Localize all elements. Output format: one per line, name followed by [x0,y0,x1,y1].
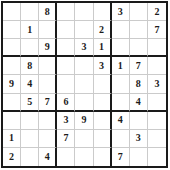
cell-r4c8: 7 [130,57,148,75]
cell-r1c4[interactable] [57,3,75,21]
cell-r4c5[interactable] [75,57,93,75]
cell-r3c8[interactable] [130,39,148,57]
given-digit: 1 [99,42,104,52]
cell-r1c9: 2 [148,3,166,21]
given-digit: 4 [136,97,141,107]
cell-r8c2[interactable] [21,130,39,148]
cell-r7c8[interactable] [130,112,148,130]
cell-r8c5[interactable] [75,130,93,148]
cell-r6c2: 5 [21,94,39,112]
given-digit: 2 [99,25,104,35]
cell-r7c9[interactable] [148,112,166,130]
cell-r5c1: 9 [3,75,21,93]
cell-r3c7[interactable] [112,39,130,57]
cell-r9c1: 2 [3,148,21,166]
cell-r9c3: 4 [39,148,57,166]
cell-r8c4: 7 [57,130,75,148]
cell-r4c6: 3 [94,57,112,75]
cell-r9c2[interactable] [21,148,39,166]
given-digit: 7 [118,152,123,162]
given-digit: 3 [154,79,159,89]
cell-r8c7[interactable] [112,130,130,148]
given-digit: 1 [27,25,32,35]
cell-r2c7[interactable] [112,21,130,39]
cell-r9c9[interactable] [148,148,166,166]
cell-r5c3[interactable] [39,75,57,93]
given-digit: 2 [154,7,159,17]
given-digit: 9 [9,79,14,89]
cell-r6c1[interactable] [3,94,21,112]
cell-r6c4: 6 [57,94,75,112]
given-digit: 4 [118,115,123,125]
cell-r9c5[interactable] [75,148,93,166]
given-digit: 8 [27,61,32,71]
given-digit: 3 [99,61,104,71]
cell-r4c7: 1 [112,57,130,75]
given-digit: 8 [45,7,50,17]
given-digit: 6 [63,97,68,107]
cell-r1c2[interactable] [21,3,39,21]
cell-r7c2[interactable] [21,112,39,130]
cell-r5c2: 4 [21,75,39,93]
cell-r8c1: 1 [3,130,21,148]
given-digit: 9 [45,42,50,52]
given-digit: 5 [27,97,32,107]
cell-r5c9: 3 [148,75,166,93]
cell-r4c1[interactable] [3,57,21,75]
cell-r7c5: 9 [75,112,93,130]
given-digit: 7 [154,25,159,35]
given-digit: 1 [118,61,123,71]
cell-r5c4[interactable] [57,75,75,93]
cell-r5c6[interactable] [94,75,112,93]
cell-r1c8[interactable] [130,3,148,21]
given-digit: 2 [9,152,14,162]
given-digit: 7 [136,61,141,71]
cell-r4c4[interactable] [57,57,75,75]
cell-r6c8: 4 [130,94,148,112]
given-digit: 7 [63,133,68,143]
cell-r1c3: 8 [39,3,57,21]
cell-r3c6: 1 [94,39,112,57]
cell-r8c3[interactable] [39,130,57,148]
cell-r6c7[interactable] [112,94,130,112]
cell-r5c7[interactable] [112,75,130,93]
cell-r7c7: 4 [112,112,130,130]
cell-r5c8: 8 [130,75,148,93]
cell-r7c6[interactable] [94,112,112,130]
cell-r2c8[interactable] [130,21,148,39]
cell-r4c2: 8 [21,57,39,75]
cell-r9c6[interactable] [94,148,112,166]
cell-r6c6[interactable] [94,94,112,112]
cell-r2c9: 7 [148,21,166,39]
cell-r3c1[interactable] [3,39,21,57]
cell-r2c5[interactable] [75,21,93,39]
cell-r1c5[interactable] [75,3,93,21]
cell-r7c4: 3 [57,112,75,130]
cell-r6c3: 7 [39,94,57,112]
cell-r6c5[interactable] [75,94,93,112]
cell-r3c5: 3 [75,39,93,57]
cell-r6c9[interactable] [148,94,166,112]
cell-r2c1[interactable] [3,21,21,39]
cell-r1c7: 3 [112,3,130,21]
sudoku-board: 832127931831794835764394173247 [1,1,168,168]
given-digit: 9 [81,115,86,125]
sudoku-page: 832127931831794835764394173247 [0,0,170,170]
cell-r2c4[interactable] [57,21,75,39]
given-digit: 3 [81,42,86,52]
cell-r9c8[interactable] [130,148,148,166]
cell-r5c5[interactable] [75,75,93,93]
given-digit: 3 [118,7,123,17]
cell-r9c4[interactable] [57,148,75,166]
cell-r9c7: 7 [112,148,130,166]
cell-r3c9[interactable] [148,39,166,57]
cell-r3c2[interactable] [21,39,39,57]
given-digit: 7 [45,97,50,107]
cell-r2c2: 1 [21,21,39,39]
cell-r8c9[interactable] [148,130,166,148]
cell-r8c8: 3 [130,130,148,148]
given-digit: 3 [63,115,68,125]
cell-r1c6[interactable] [94,3,112,21]
cell-r4c3[interactable] [39,57,57,75]
cell-r3c4[interactable] [57,39,75,57]
given-digit: 3 [136,133,141,143]
cell-r3c3: 9 [39,39,57,57]
given-digit: 1 [9,133,14,143]
given-digit: 4 [45,152,50,162]
cell-r7c3[interactable] [39,112,57,130]
cell-r1c1[interactable] [3,3,21,21]
given-digit: 8 [136,79,141,89]
cell-r8c6[interactable] [94,130,112,148]
given-digit: 4 [27,79,32,89]
cell-r7c1[interactable] [3,112,21,130]
cell-r2c6: 2 [94,21,112,39]
cell-r2c3[interactable] [39,21,57,39]
cell-r4c9[interactable] [148,57,166,75]
